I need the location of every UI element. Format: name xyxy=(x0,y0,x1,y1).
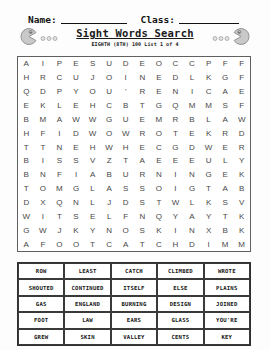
grid-cell[interactable]: E xyxy=(151,71,168,85)
grid-cell[interactable]: E xyxy=(184,126,201,140)
word-list-cell: CLIMBED xyxy=(157,263,203,279)
grid-cell[interactable]: W xyxy=(117,126,134,140)
grid-cell[interactable]: S xyxy=(117,182,134,196)
grid-cell[interactable]: L xyxy=(84,182,101,196)
word-list-cell: CENTS xyxy=(157,329,203,345)
grid-cell[interactable]: R xyxy=(134,85,151,99)
pacman-icon xyxy=(20,27,60,46)
grid-cell[interactable]: O xyxy=(35,182,52,196)
grid-cell[interactable]: T xyxy=(18,140,35,154)
grid-cell[interactable]: L xyxy=(101,209,118,223)
name-label: Name: xyxy=(28,14,57,25)
grid-cell[interactable]: D xyxy=(184,237,201,251)
grid-cell[interactable]: A xyxy=(101,182,118,196)
grid-cell[interactable]: T xyxy=(167,126,184,140)
grid-cell[interactable]: A xyxy=(217,182,234,196)
grid-cell[interactable]: N xyxy=(101,223,118,237)
grid-cell[interactable]: I xyxy=(35,154,52,168)
grid-cell[interactable]: N xyxy=(68,196,85,210)
grid-cell[interactable]: Z xyxy=(101,154,118,168)
grid-cell[interactable]: O xyxy=(84,85,101,99)
grid-cell[interactable]: U xyxy=(117,112,134,126)
grid-cell[interactable]: O xyxy=(51,237,68,251)
grid-cell[interactable]: N xyxy=(151,168,168,182)
grid-cell[interactable]: W xyxy=(18,209,35,223)
grid-cell[interactable]: D xyxy=(18,196,35,210)
grid-cell[interactable]: G xyxy=(217,71,234,85)
grid-cell[interactable]: D xyxy=(233,126,250,140)
grid-cell[interactable]: X xyxy=(35,196,52,210)
grid-cell[interactable]: E xyxy=(134,140,151,154)
word-list-cell: VALLEY xyxy=(111,329,157,345)
word-list-cell: GAS xyxy=(18,296,64,312)
grid-cell[interactable]: I xyxy=(167,182,184,196)
grid-cell[interactable]: F xyxy=(35,126,52,140)
grid-cell[interactable]: Y xyxy=(233,154,250,168)
grid-cell[interactable]: M xyxy=(151,112,168,126)
grid-cell[interactable]: E xyxy=(134,112,151,126)
word-list-cell: KEY xyxy=(204,329,250,345)
grid-cell[interactable]: S xyxy=(68,154,85,168)
grid-cell[interactable]: T xyxy=(117,154,134,168)
grid-cell[interactable]: M xyxy=(184,99,201,113)
grid-cell[interactable]: H xyxy=(84,140,101,154)
grid-cell[interactable]: E xyxy=(217,168,234,182)
class-label: Class: xyxy=(141,14,175,25)
word-list-cell: WROTE xyxy=(204,263,250,279)
grid-cell[interactable]: U xyxy=(101,85,118,99)
grid-cell[interactable]: N xyxy=(134,71,151,85)
grid-cell[interactable]: L xyxy=(184,196,201,210)
grid-cell[interactable]: E xyxy=(84,209,101,223)
word-list-cell: GLASS xyxy=(157,312,203,328)
grid-cell[interactable]: S xyxy=(134,196,151,210)
grid-cell[interactable]: F xyxy=(233,71,250,85)
grid-cell[interactable]: Q xyxy=(51,196,68,210)
grid-cell[interactable]: D xyxy=(68,126,85,140)
grid-cell[interactable]: K xyxy=(233,223,250,237)
grid-cell[interactable]: K xyxy=(233,209,250,223)
word-list-cell: GREW xyxy=(18,329,64,345)
grid-cell[interactable]: F xyxy=(117,209,134,223)
grid-cell[interactable]: W xyxy=(167,196,184,210)
grid-cell[interactable]: G xyxy=(18,223,35,237)
grid-cell[interactable]: L xyxy=(84,196,101,210)
grid-cell[interactable]: S xyxy=(134,223,151,237)
grid-cell[interactable]: G xyxy=(184,182,201,196)
grid-cell[interactable]: W xyxy=(84,126,101,140)
grid-cell[interactable]: B xyxy=(184,112,201,126)
grid-cell[interactable]: N xyxy=(51,140,68,154)
grid-cell[interactable]: C xyxy=(151,140,168,154)
grid-cell[interactable]: D xyxy=(117,57,134,71)
grid-cell[interactable]: I xyxy=(184,85,201,99)
grid-cell[interactable]: C xyxy=(101,237,118,251)
grid-cell[interactable]: T xyxy=(217,209,234,223)
word-list-cell: LEAST xyxy=(64,263,110,279)
grid-cell[interactable]: O xyxy=(151,57,168,71)
grid-cell[interactable]: E xyxy=(68,140,85,154)
grid-cell[interactable]: A xyxy=(18,57,35,71)
grid-cell[interactable]: S xyxy=(134,182,151,196)
grid-cell[interactable]: O xyxy=(151,182,168,196)
grid-cell[interactable]: A xyxy=(18,237,35,251)
grid-cell[interactable]: D xyxy=(184,140,201,154)
grid-cell[interactable]: C xyxy=(167,57,184,71)
grid-cell[interactable]: G xyxy=(151,99,168,113)
grid-cell[interactable]: E xyxy=(151,154,168,168)
grid-cell[interactable]: W xyxy=(101,140,118,154)
word-list-cell: FOOT xyxy=(18,312,64,328)
grid-cell[interactable]: E xyxy=(134,57,151,71)
grid-cell[interactable]: O xyxy=(101,71,118,85)
grid-cell[interactable]: E xyxy=(68,57,85,71)
grid-cell[interactable]: G xyxy=(68,182,85,196)
grid-cell[interactable]: C xyxy=(151,237,168,251)
grid-cell[interactable]: N xyxy=(35,168,52,182)
word-list-cell: LAW xyxy=(64,312,110,328)
grid-cell[interactable]: K xyxy=(68,223,85,237)
grid-cell[interactable]: J xyxy=(84,71,101,85)
grid-cell[interactable]: C xyxy=(51,71,68,85)
grid-cell[interactable]: W xyxy=(233,112,250,126)
grid-cell[interactable]: R xyxy=(134,126,151,140)
grid-cell[interactable]: C xyxy=(200,85,217,99)
grid-cell[interactable]: M xyxy=(217,237,234,251)
grid-cell[interactable]: Y xyxy=(84,223,101,237)
grid-cell[interactable]: N xyxy=(167,85,184,99)
grid-cell[interactable]: K xyxy=(35,99,52,113)
word-list-cell: PLAINS xyxy=(204,279,250,295)
grid-cell[interactable]: B xyxy=(217,223,234,237)
grid-cell[interactable]: T xyxy=(51,209,68,223)
grid-cell[interactable]: U xyxy=(200,154,217,168)
grid-cell[interactable]: Q xyxy=(18,85,35,99)
grid-cell[interactable]: W xyxy=(68,112,85,126)
grid-cell[interactable]: M xyxy=(200,99,217,113)
grid-cell[interactable]: H xyxy=(18,71,35,85)
grid-cell[interactable]: L xyxy=(51,99,68,113)
word-list-cell: ROW xyxy=(18,263,64,279)
grid-cell[interactable]: I xyxy=(35,209,52,223)
grid-cell[interactable]: B xyxy=(18,154,35,168)
grid-cell[interactable]: U xyxy=(68,71,85,85)
grid-cell[interactable]: D xyxy=(167,71,184,85)
grid-cell[interactable]: E xyxy=(233,85,250,99)
grid-cell[interactable]: A xyxy=(217,85,234,99)
grid-cell[interactable]: E xyxy=(167,154,184,168)
grid-cell[interactable]: K xyxy=(200,126,217,140)
grid-cell[interactable]: L xyxy=(217,154,234,168)
word-list-cell: BURNING xyxy=(111,296,157,312)
grid-cell[interactable]: Y xyxy=(167,209,184,223)
grid-cell[interactable]: H xyxy=(167,237,184,251)
grid-cell[interactable]: A xyxy=(51,112,68,126)
grid-cell[interactable]: S xyxy=(51,154,68,168)
word-list-cell: JOINED xyxy=(204,296,250,312)
grid-cell[interactable]: O xyxy=(101,126,118,140)
grid-cell[interactable]: A xyxy=(117,237,134,251)
word-list-cell: DESIGN xyxy=(157,296,203,312)
grid-cell[interactable]: T xyxy=(84,237,101,251)
title-stack: Sight Words Search EIGHTH (8TH) 100 List… xyxy=(60,27,210,47)
grid-cell[interactable]: Y xyxy=(200,209,217,223)
word-list-cell: SHOUTED xyxy=(18,279,64,295)
grid-cell[interactable]: R xyxy=(233,140,250,154)
word-list-cell: ELSE xyxy=(157,279,203,295)
grid-cell[interactable]: L xyxy=(200,112,217,126)
page-title: Sight Words Search xyxy=(60,27,210,39)
grid-cell[interactable]: N xyxy=(184,168,201,182)
grid-cell[interactable]: A xyxy=(217,112,234,126)
word-list-cell: CONTINUED xyxy=(64,279,110,295)
grid-cell[interactable]: K xyxy=(200,71,217,85)
grid-cell[interactable]: O xyxy=(117,223,134,237)
grid-cell[interactable]: T xyxy=(134,237,151,251)
word-search-grid: AIPESUDEOCCPFFHRCUJOINEDLKGFQDPYOU'RENIC… xyxy=(17,56,251,252)
grid-cell[interactable]: I xyxy=(117,71,134,85)
grid-cell[interactable]: F xyxy=(233,57,250,71)
grid-cell[interactable]: I xyxy=(68,168,85,182)
grid-cell[interactable]: D xyxy=(117,196,134,210)
grid-cell[interactable]: C xyxy=(101,99,118,113)
title-row: Sight Words Search EIGHTH (8TH) 100 List… xyxy=(20,27,250,47)
grid-cell[interactable]: M xyxy=(233,237,250,251)
grid-cell[interactable]: N xyxy=(184,223,201,237)
grid-cell[interactable]: H xyxy=(18,126,35,140)
grid-cell[interactable]: E xyxy=(184,154,201,168)
word-list-cell: ENGLAND xyxy=(64,296,110,312)
name-class-row: Name: Class: xyxy=(28,13,242,25)
grid-cell[interactable]: I xyxy=(200,237,217,251)
grid-cell[interactable]: F xyxy=(217,57,234,71)
grid-cell[interactable]: N xyxy=(134,209,151,223)
grid-cell[interactable]: W xyxy=(35,223,52,237)
grid-cell[interactable]: U xyxy=(117,168,134,182)
grid-cell[interactable]: G xyxy=(101,112,118,126)
grid-cell[interactable]: J xyxy=(51,223,68,237)
grid-cell[interactable]: E xyxy=(18,99,35,113)
grid-cell[interactable]: B xyxy=(18,168,35,182)
worksheet-page: Name: Class: Sight Words Search EIGHTH (… xyxy=(0,0,270,350)
grid-cell[interactable]: W xyxy=(84,112,101,126)
class-blank-line xyxy=(179,13,239,24)
grid-cell[interactable]: R xyxy=(134,168,151,182)
grid-cell[interactable]: T xyxy=(151,196,168,210)
grid-cell[interactable]: R xyxy=(167,112,184,126)
grid-cell[interactable]: I xyxy=(35,57,52,71)
grid-cell[interactable]: R xyxy=(35,71,52,85)
grid-cell[interactable]: G xyxy=(167,140,184,154)
grid-cell[interactable]: T xyxy=(18,182,35,196)
grid-cell[interactable]: S xyxy=(217,196,234,210)
grid-cell[interactable]: A xyxy=(134,154,151,168)
grid-cell[interactable]: D xyxy=(35,85,52,99)
grid-cell[interactable]: H xyxy=(117,140,134,154)
word-list-cell: ITSELF xyxy=(111,279,157,295)
grid-cell[interactable]: U xyxy=(101,57,118,71)
grid-cell[interactable]: O xyxy=(68,237,85,251)
grid-cell[interactable]: Q xyxy=(151,209,168,223)
grid-cell[interactable]: ' xyxy=(117,85,134,99)
word-list-cell: CATCH xyxy=(111,263,157,279)
grid-cell[interactable]: W xyxy=(200,140,217,154)
grid-cell[interactable]: F xyxy=(51,168,68,182)
grid-cell[interactable]: B xyxy=(233,182,250,196)
grid-cell[interactable]: B xyxy=(101,168,118,182)
grid-cell[interactable]: S xyxy=(84,57,101,71)
grid-cell[interactable]: C xyxy=(184,57,201,71)
grid-cell[interactable]: P xyxy=(200,57,217,71)
grid-cell[interactable]: E xyxy=(217,140,234,154)
grid-cell[interactable]: I xyxy=(167,223,184,237)
grid-cell[interactable]: T xyxy=(200,182,217,196)
grid-cell[interactable]: M xyxy=(35,112,52,126)
pacman-icon-mirrored xyxy=(210,27,250,46)
grid-cell[interactable]: P xyxy=(51,85,68,99)
grid-cell[interactable]: Y xyxy=(68,85,85,99)
grid-cell[interactable]: E xyxy=(151,85,168,99)
grid-cell[interactable]: B xyxy=(18,112,35,126)
grid-cell[interactable]: L xyxy=(184,71,201,85)
grid-cell[interactable]: S xyxy=(68,209,85,223)
grid-cell[interactable]: J xyxy=(101,196,118,210)
word-list-cell: EARS xyxy=(111,312,157,328)
grid-cell[interactable]: Q xyxy=(167,99,184,113)
grid-cell[interactable]: H xyxy=(84,99,101,113)
grid-cell[interactable]: B xyxy=(117,99,134,113)
grid-cell[interactable]: A xyxy=(84,168,101,182)
grid-cell[interactable]: I xyxy=(51,126,68,140)
word-list-cell: SKIN xyxy=(64,329,110,345)
grid-cell[interactable]: A xyxy=(184,209,201,223)
word-list: ROWLEASTCATCHCLIMBEDWROTESHOUTEDCONTINUE… xyxy=(17,262,251,346)
grid-cell[interactable]: K xyxy=(200,196,217,210)
grid-cell[interactable]: V xyxy=(84,154,101,168)
word-list-cell: YOU'RE xyxy=(204,312,250,328)
grid-cell[interactable]: F xyxy=(35,237,52,251)
grid-cell[interactable]: G xyxy=(200,168,217,182)
page-subtitle: EIGHTH (8TH) 100 List 1 of 4 xyxy=(60,41,210,47)
grid-cell[interactable]: V xyxy=(233,196,250,210)
grid-cell[interactable]: T xyxy=(35,140,52,154)
grid-cell[interactable]: R xyxy=(217,126,234,140)
grid-cell[interactable]: M xyxy=(51,182,68,196)
grid-cell[interactable]: O xyxy=(151,126,168,140)
grid-cell[interactable]: X xyxy=(200,223,217,237)
grid-cell[interactable]: T xyxy=(134,99,151,113)
grid-cell[interactable]: K xyxy=(233,168,250,182)
grid-cell[interactable]: E xyxy=(68,99,85,113)
grid-cell[interactable]: P xyxy=(51,57,68,71)
name-blank-line xyxy=(61,13,127,24)
grid-cell[interactable]: I xyxy=(167,168,184,182)
grid-cell[interactable]: K xyxy=(151,223,168,237)
grid-cell[interactable]: S xyxy=(217,99,234,113)
grid-cell[interactable]: F xyxy=(233,99,250,113)
